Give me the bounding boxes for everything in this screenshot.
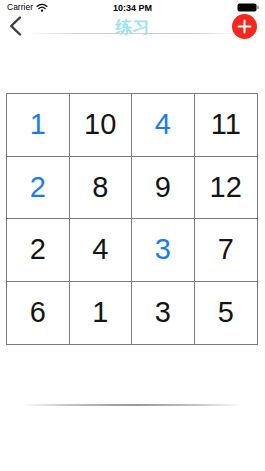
grid-cell[interactable]: 2 [7, 157, 70, 220]
grid-cell[interactable]: 6 [7, 282, 70, 345]
grid-cell[interactable]: 4 [70, 219, 133, 282]
bottom-separator [22, 404, 243, 406]
nav-separator [28, 33, 237, 34]
grid-cell[interactable]: 1 [70, 282, 133, 345]
add-button[interactable] [232, 14, 257, 39]
grid-cell[interactable]: 3 [132, 282, 195, 345]
grid-cell[interactable]: 12 [195, 157, 258, 220]
grid-cell[interactable]: 2 [7, 219, 70, 282]
status-bar: Carrier 10:34 PM [0, 0, 265, 14]
grid-cell[interactable]: 4 [132, 94, 195, 157]
status-time: 10:34 PM [0, 3, 265, 13]
page-title: 练习 [40, 16, 225, 39]
grid-cell[interactable]: 8 [70, 157, 133, 220]
grid-cell[interactable]: 3 [132, 219, 195, 282]
plus-icon [237, 19, 252, 34]
chevron-left-icon [9, 16, 22, 36]
battery-icon [237, 3, 259, 12]
grid-cell[interactable]: 7 [195, 219, 258, 282]
grid-cell[interactable]: 11 [195, 94, 258, 157]
back-button[interactable] [7, 16, 23, 36]
number-grid: 1104112891224376135 [6, 93, 258, 345]
grid-cell[interactable]: 5 [195, 282, 258, 345]
grid-cell[interactable]: 10 [70, 94, 133, 157]
grid-cell[interactable]: 9 [132, 157, 195, 220]
grid-cell[interactable]: 1 [7, 94, 70, 157]
